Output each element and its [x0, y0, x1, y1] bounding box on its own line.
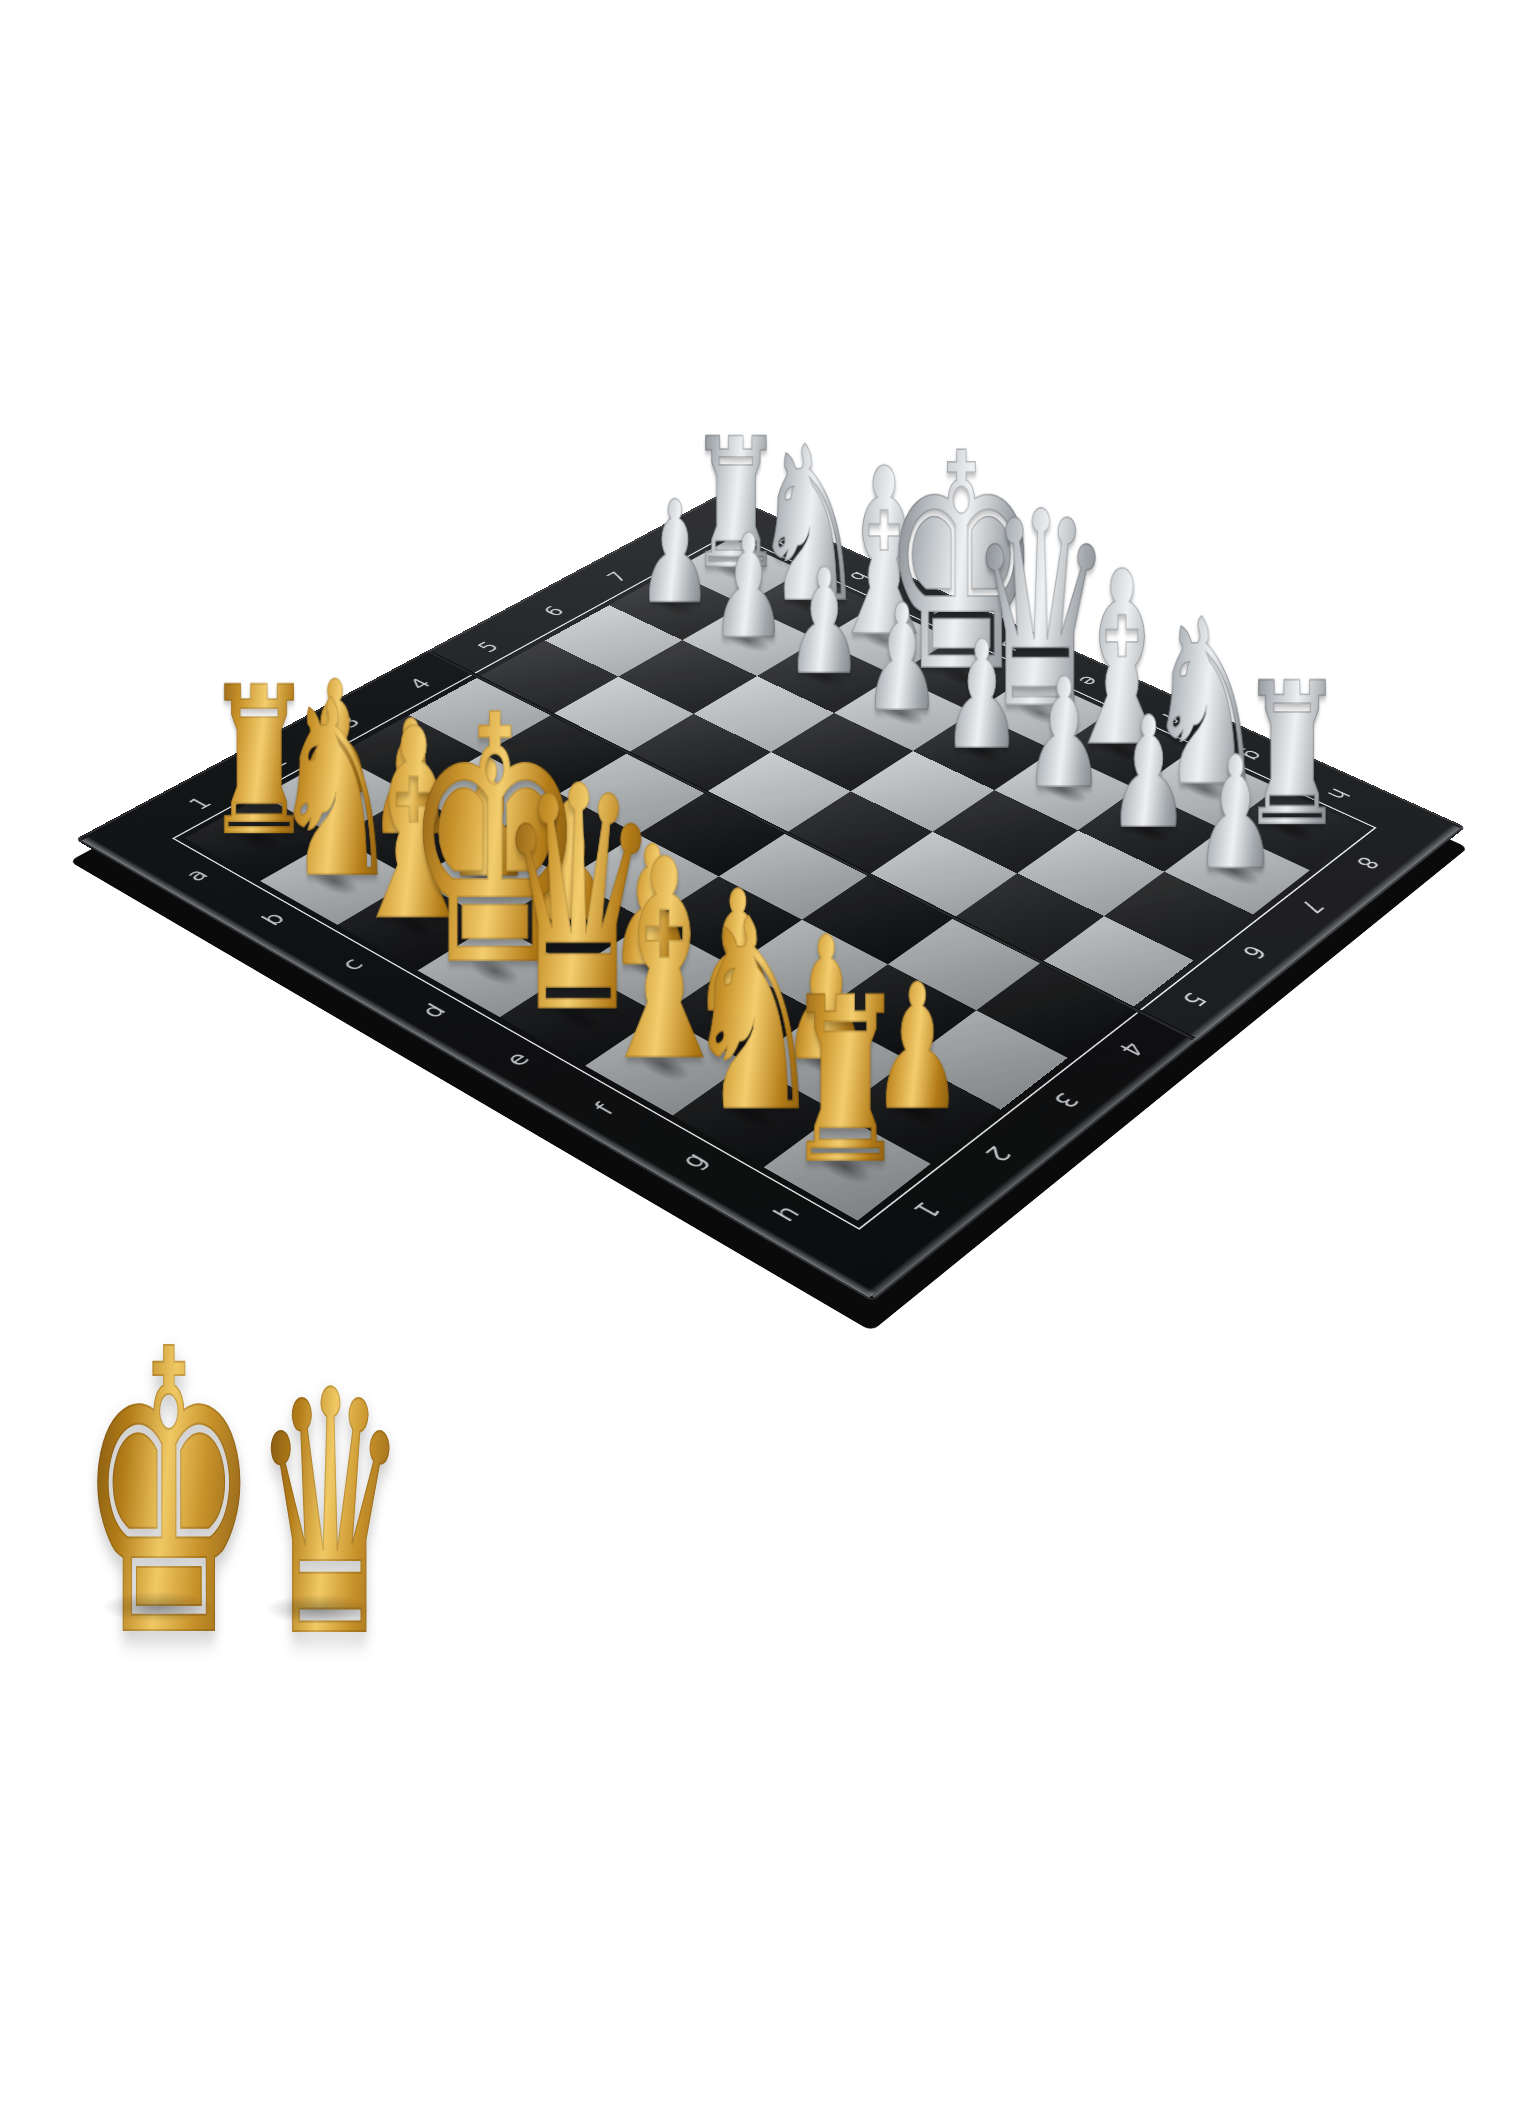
- spare-gold-queen: ♛: [180, 1348, 480, 1683]
- spare-queen-shadow: [243, 1588, 393, 1630]
- queen-glyph: ♛: [252, 1348, 408, 1683]
- chess-board: 87654321 87654321 abcdefgh abcdefgh ♜♞♝♚…: [75, 493, 1466, 1303]
- board-squares: ♜♞♝♚♛♝♞♜♟♟♟♟♟♟♟♟♟♟♟♟♟♟♟♟♜♞♝♚♛♝♞♜: [184, 538, 1364, 1220]
- spare-king-shadow: [78, 1585, 238, 1629]
